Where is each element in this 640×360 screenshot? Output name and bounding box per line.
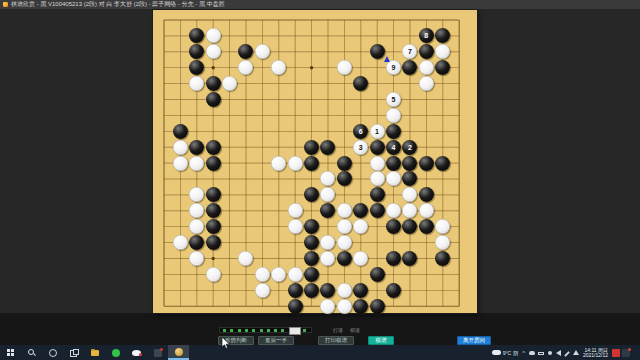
intersection[interactable]: [156, 28, 172, 44]
intersection[interactable]: [205, 171, 221, 187]
intersection[interactable]: [336, 266, 352, 282]
intersection[interactable]: [271, 235, 287, 251]
intersection[interactable]: [238, 92, 254, 108]
intersection[interactable]: [205, 298, 221, 314]
intersection[interactable]: [418, 171, 434, 187]
intersection[interactable]: [336, 12, 352, 28]
intersection[interactable]: [287, 235, 303, 251]
intersection[interactable]: [352, 107, 368, 123]
leave-room-button[interactable]: 离开房间: [457, 336, 491, 345]
intersection[interactable]: [156, 92, 172, 108]
intersection[interactable]: [238, 187, 254, 203]
intersection[interactable]: [320, 76, 336, 92]
intersection[interactable]: [336, 282, 352, 298]
intersection[interactable]: [205, 76, 221, 92]
intersection[interactable]: [221, 76, 237, 92]
go-board[interactable]: 879561342: [153, 10, 477, 313]
intersection[interactable]: [156, 266, 172, 282]
intersection[interactable]: [336, 28, 352, 44]
intersection[interactable]: [352, 266, 368, 282]
intersection[interactable]: [172, 60, 188, 76]
intersection[interactable]: [418, 298, 434, 314]
intersection[interactable]: [369, 155, 385, 171]
intersection[interactable]: [303, 250, 319, 266]
intersection[interactable]: [451, 92, 467, 108]
intersection[interactable]: [336, 107, 352, 123]
taskbar-go-app-active-icon[interactable]: [168, 345, 189, 360]
intersection[interactable]: [352, 60, 368, 76]
intersection[interactable]: [221, 44, 237, 60]
intersection[interactable]: [205, 12, 221, 28]
intersection[interactable]: [418, 139, 434, 155]
intersection[interactable]: [189, 139, 205, 155]
intersection[interactable]: [287, 298, 303, 314]
intersection[interactable]: [172, 298, 188, 314]
intersection[interactable]: [172, 282, 188, 298]
intersection[interactable]: [385, 266, 401, 282]
intersection[interactable]: [271, 107, 287, 123]
intersection[interactable]: [287, 187, 303, 203]
intersection[interactable]: [254, 28, 270, 44]
intersection[interactable]: [418, 282, 434, 298]
intersection[interactable]: 7: [402, 44, 418, 60]
intersection[interactable]: [402, 219, 418, 235]
intersection[interactable]: [189, 60, 205, 76]
intersection[interactable]: [451, 171, 467, 187]
intersection[interactable]: [156, 187, 172, 203]
intersection[interactable]: [205, 282, 221, 298]
intersection[interactable]: [451, 203, 467, 219]
intersection[interactable]: [271, 60, 287, 76]
intersection[interactable]: [156, 282, 172, 298]
intersection[interactable]: [172, 219, 188, 235]
intersection[interactable]: [320, 12, 336, 28]
intersection[interactable]: [156, 250, 172, 266]
tray-chevron-icon[interactable]: ^: [522, 350, 525, 356]
intersection[interactable]: [303, 60, 319, 76]
intersection[interactable]: [320, 44, 336, 60]
record-button[interactable]: 棋谱: [368, 336, 394, 345]
intersection[interactable]: [205, 203, 221, 219]
intersection[interactable]: [287, 92, 303, 108]
intersection[interactable]: [271, 219, 287, 235]
intersection[interactable]: [451, 155, 467, 171]
intersection[interactable]: 5: [385, 92, 401, 108]
intersection[interactable]: [402, 187, 418, 203]
intersection[interactable]: [434, 282, 450, 298]
intersection[interactable]: [303, 123, 319, 139]
intersection[interactable]: [254, 250, 270, 266]
intersection[interactable]: [172, 235, 188, 251]
intersection[interactable]: [156, 219, 172, 235]
intersection[interactable]: [336, 235, 352, 251]
intersection[interactable]: [352, 219, 368, 235]
intersection[interactable]: [320, 298, 336, 314]
intersection[interactable]: [303, 28, 319, 44]
intersection[interactable]: [238, 12, 254, 28]
intersection[interactable]: [205, 123, 221, 139]
intersection[interactable]: [156, 235, 172, 251]
intersection[interactable]: [238, 171, 254, 187]
mini-label-right[interactable]: 棋谱: [350, 327, 360, 333]
intersection[interactable]: [434, 60, 450, 76]
intersection[interactable]: [205, 107, 221, 123]
intersection[interactable]: 3: [352, 139, 368, 155]
intersection[interactable]: [451, 44, 467, 60]
intersection[interactable]: [402, 298, 418, 314]
intersection[interactable]: [172, 44, 188, 60]
intersection[interactable]: [221, 266, 237, 282]
intersection[interactable]: [369, 139, 385, 155]
intersection[interactable]: [287, 76, 303, 92]
intersection[interactable]: [238, 250, 254, 266]
intersection[interactable]: [385, 12, 401, 28]
intersection[interactable]: [352, 12, 368, 28]
intersection[interactable]: [172, 187, 188, 203]
intersection[interactable]: [320, 219, 336, 235]
intersection[interactable]: [402, 282, 418, 298]
intersection[interactable]: [205, 250, 221, 266]
intersection[interactable]: [238, 219, 254, 235]
intersection[interactable]: [418, 187, 434, 203]
intersection[interactable]: [303, 76, 319, 92]
intersection[interactable]: [271, 250, 287, 266]
tray-network-icon[interactable]: [573, 350, 579, 355]
intersection[interactable]: [303, 187, 319, 203]
intersection[interactable]: [189, 92, 205, 108]
intersection[interactable]: [172, 155, 188, 171]
intersection[interactable]: [369, 298, 385, 314]
intersection[interactable]: [238, 235, 254, 251]
intersection[interactable]: [189, 28, 205, 44]
intersection[interactable]: [385, 28, 401, 44]
intersection[interactable]: [303, 298, 319, 314]
intersection[interactable]: [320, 266, 336, 282]
intersection[interactable]: 4: [385, 139, 401, 155]
last-move-button[interactable]: 最后一手: [258, 336, 294, 345]
intersection[interactable]: [336, 250, 352, 266]
intersection[interactable]: [189, 219, 205, 235]
intersection[interactable]: [434, 266, 450, 282]
intersection[interactable]: [352, 298, 368, 314]
intersection[interactable]: [254, 171, 270, 187]
intersection[interactable]: [156, 203, 172, 219]
intersection[interactable]: [385, 187, 401, 203]
intersection[interactable]: [271, 123, 287, 139]
intersection[interactable]: [254, 298, 270, 314]
intersection[interactable]: [254, 107, 270, 123]
intersection[interactable]: [402, 235, 418, 251]
intersection[interactable]: [402, 250, 418, 266]
intersection[interactable]: [238, 298, 254, 314]
intersection[interactable]: [434, 155, 450, 171]
intersection[interactable]: [402, 155, 418, 171]
intersection[interactable]: [402, 12, 418, 28]
intersection[interactable]: [385, 203, 401, 219]
intersection[interactable]: [434, 298, 450, 314]
intersection[interactable]: [271, 266, 287, 282]
intersection[interactable]: [418, 76, 434, 92]
intersection[interactable]: [418, 219, 434, 235]
intersection[interactable]: [451, 123, 467, 139]
intersection[interactable]: [320, 235, 336, 251]
intersection[interactable]: [402, 60, 418, 76]
intersection[interactable]: [205, 155, 221, 171]
intersection[interactable]: [451, 60, 467, 76]
intersection[interactable]: [402, 107, 418, 123]
intersection[interactable]: [402, 92, 418, 108]
intersection[interactable]: [369, 219, 385, 235]
intersection[interactable]: [418, 92, 434, 108]
intersection[interactable]: [287, 266, 303, 282]
intersection[interactable]: [254, 219, 270, 235]
intersection[interactable]: [221, 139, 237, 155]
intersection[interactable]: [238, 139, 254, 155]
intersection[interactable]: [254, 60, 270, 76]
intersection[interactable]: [352, 187, 368, 203]
taskbar-task-view-icon[interactable]: [63, 345, 84, 360]
intersection[interactable]: [303, 44, 319, 60]
intersection[interactable]: [303, 92, 319, 108]
intersection[interactable]: [451, 76, 467, 92]
intersection[interactable]: [336, 92, 352, 108]
intersection[interactable]: [271, 187, 287, 203]
tray-person-icon[interactable]: [548, 351, 552, 355]
intersection[interactable]: [402, 171, 418, 187]
intersection[interactable]: [369, 203, 385, 219]
intersection[interactable]: [402, 203, 418, 219]
intersection[interactable]: [336, 155, 352, 171]
intersection[interactable]: [385, 235, 401, 251]
intersection[interactable]: [320, 92, 336, 108]
intersection[interactable]: [385, 155, 401, 171]
intersection[interactable]: [189, 250, 205, 266]
intersection[interactable]: [205, 92, 221, 108]
intersection[interactable]: [320, 171, 336, 187]
intersection[interactable]: [451, 28, 467, 44]
intersection[interactable]: [303, 219, 319, 235]
intersection[interactable]: [434, 203, 450, 219]
intersection[interactable]: [385, 76, 401, 92]
move-slider[interactable]: [219, 327, 312, 333]
intersection[interactable]: [205, 219, 221, 235]
intersection[interactable]: [221, 298, 237, 314]
intersection[interactable]: [287, 250, 303, 266]
intersection[interactable]: [451, 187, 467, 203]
intersection[interactable]: [172, 250, 188, 266]
intersection[interactable]: [221, 107, 237, 123]
tray-battery-icon[interactable]: [538, 352, 544, 355]
intersection[interactable]: [287, 44, 303, 60]
intersection[interactable]: [434, 139, 450, 155]
intersection[interactable]: [369, 76, 385, 92]
taskbar-cortana-icon[interactable]: [42, 345, 63, 360]
intersection[interactable]: [189, 266, 205, 282]
taskbar-app-dark-icon[interactable]: [147, 345, 168, 360]
intersection[interactable]: [238, 107, 254, 123]
intersection[interactable]: [221, 12, 237, 28]
intersection[interactable]: [238, 282, 254, 298]
intersection[interactable]: [352, 250, 368, 266]
intersection[interactable]: [402, 28, 418, 44]
intersection[interactable]: [172, 171, 188, 187]
intersection[interactable]: [336, 219, 352, 235]
intersection[interactable]: [336, 171, 352, 187]
intersection[interactable]: [352, 28, 368, 44]
intersection[interactable]: [434, 28, 450, 44]
intersection[interactable]: 8: [418, 28, 434, 44]
intersection[interactable]: [205, 187, 221, 203]
intersection[interactable]: [320, 60, 336, 76]
intersection[interactable]: [352, 203, 368, 219]
intersection[interactable]: [320, 139, 336, 155]
intersection[interactable]: [189, 44, 205, 60]
intersection[interactable]: [352, 155, 368, 171]
intersection[interactable]: [271, 203, 287, 219]
taskbar-app-cloud-icon[interactable]: [126, 345, 147, 360]
intersection[interactable]: [254, 203, 270, 219]
intersection[interactable]: [172, 266, 188, 282]
intersection[interactable]: [221, 187, 237, 203]
intersection[interactable]: [369, 187, 385, 203]
intersection[interactable]: [172, 28, 188, 44]
taskbar-search-icon[interactable]: [21, 345, 42, 360]
intersection[interactable]: [451, 266, 467, 282]
intersection[interactable]: [189, 282, 205, 298]
intersection[interactable]: [254, 266, 270, 282]
taskbar-app-green-icon[interactable]: [105, 345, 126, 360]
intersection[interactable]: [352, 282, 368, 298]
intersection[interactable]: [254, 123, 270, 139]
weather-widget[interactable]: 9°C 阴: [492, 350, 518, 356]
intersection[interactable]: [303, 235, 319, 251]
intersection[interactable]: [189, 155, 205, 171]
intersection[interactable]: [369, 171, 385, 187]
intersection[interactable]: [238, 76, 254, 92]
intersection[interactable]: [402, 76, 418, 92]
intersection[interactable]: [352, 92, 368, 108]
intersection[interactable]: [238, 266, 254, 282]
intersection[interactable]: [271, 155, 287, 171]
intersection[interactable]: [254, 139, 270, 155]
intersection[interactable]: [418, 203, 434, 219]
intersection[interactable]: [189, 187, 205, 203]
intersection[interactable]: [369, 28, 385, 44]
intersection[interactable]: [369, 235, 385, 251]
intersection[interactable]: [303, 171, 319, 187]
intersection[interactable]: [254, 187, 270, 203]
intersection[interactable]: [451, 107, 467, 123]
intersection[interactable]: [451, 298, 467, 314]
intersection[interactable]: [221, 28, 237, 44]
intersection[interactable]: [303, 139, 319, 155]
intersection[interactable]: [271, 171, 287, 187]
intersection[interactable]: [254, 92, 270, 108]
intersection[interactable]: [287, 28, 303, 44]
intersection[interactable]: [418, 266, 434, 282]
intersection[interactable]: [418, 44, 434, 60]
intersection[interactable]: [205, 28, 221, 44]
intersection[interactable]: [451, 250, 467, 266]
intersection[interactable]: [385, 282, 401, 298]
intersection[interactable]: [254, 12, 270, 28]
intersection[interactable]: [336, 123, 352, 139]
intersection[interactable]: [369, 266, 385, 282]
intersection[interactable]: [336, 203, 352, 219]
intersection[interactable]: [221, 250, 237, 266]
taskbar-file-explorer-icon[interactable]: [84, 345, 105, 360]
intersection[interactable]: [434, 187, 450, 203]
intersection[interactable]: [385, 171, 401, 187]
intersection[interactable]: [172, 123, 188, 139]
intersection[interactable]: [205, 44, 221, 60]
tray-pen-icon[interactable]: [564, 351, 570, 357]
intersection[interactable]: [287, 12, 303, 28]
intersection[interactable]: [271, 12, 287, 28]
intersection[interactable]: [320, 250, 336, 266]
intersection[interactable]: [156, 123, 172, 139]
intersection[interactable]: [352, 171, 368, 187]
mini-label-left[interactable]: 打谱: [333, 327, 343, 333]
intersection[interactable]: [369, 250, 385, 266]
intersection[interactable]: [320, 123, 336, 139]
intersection[interactable]: [271, 298, 287, 314]
intersection[interactable]: [156, 76, 172, 92]
intersection[interactable]: [336, 298, 352, 314]
intersection[interactable]: [189, 123, 205, 139]
intersection[interactable]: [418, 123, 434, 139]
intersection[interactable]: [156, 107, 172, 123]
intersection[interactable]: [320, 282, 336, 298]
taskbar-start-icon[interactable]: [0, 345, 21, 360]
intersection[interactable]: [418, 250, 434, 266]
intersection[interactable]: [385, 219, 401, 235]
intersection[interactable]: [221, 92, 237, 108]
intersection[interactable]: [189, 76, 205, 92]
intersection[interactable]: [287, 60, 303, 76]
intersection[interactable]: [287, 171, 303, 187]
intersection[interactable]: [254, 44, 270, 60]
intersection[interactable]: [385, 250, 401, 266]
intersection[interactable]: [254, 76, 270, 92]
intersection[interactable]: [221, 203, 237, 219]
intersection[interactable]: [385, 123, 401, 139]
intersection[interactable]: 2: [402, 139, 418, 155]
intersection[interactable]: [172, 203, 188, 219]
intersection[interactable]: [336, 76, 352, 92]
chat-app-icon[interactable]: [622, 349, 630, 357]
intersection[interactable]: [385, 298, 401, 314]
intersection[interactable]: [238, 44, 254, 60]
intersection[interactable]: [172, 76, 188, 92]
intersection[interactable]: [418, 107, 434, 123]
intersection[interactable]: [434, 171, 450, 187]
intersection[interactable]: [402, 123, 418, 139]
intersection[interactable]: [303, 203, 319, 219]
intersection[interactable]: [303, 107, 319, 123]
intersection[interactable]: [189, 298, 205, 314]
intersection[interactable]: [287, 203, 303, 219]
intersection[interactable]: [156, 12, 172, 28]
intersection[interactable]: [156, 139, 172, 155]
intersection[interactable]: [287, 282, 303, 298]
intersection[interactable]: [156, 298, 172, 314]
intersection[interactable]: [418, 155, 434, 171]
intersection[interactable]: [287, 155, 303, 171]
intersection[interactable]: [205, 139, 221, 155]
intersection[interactable]: [320, 187, 336, 203]
intersection[interactable]: [434, 250, 450, 266]
